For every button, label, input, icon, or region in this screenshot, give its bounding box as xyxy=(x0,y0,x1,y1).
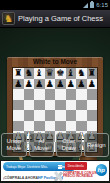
square-h3[interactable] xyxy=(87,121,98,132)
square-a5[interactable] xyxy=(13,100,24,111)
black-knight: ♞ xyxy=(76,68,87,79)
square-b6[interactable] xyxy=(24,89,35,100)
ad-tagline: Trabaja Mejor. Diviértete Más. xyxy=(6,165,48,168)
square-b7[interactable]: ♟ xyxy=(24,79,35,90)
square-e3[interactable] xyxy=(55,121,66,132)
square-f6[interactable] xyxy=(66,89,77,100)
square-d6[interactable] xyxy=(45,89,56,100)
square-a3[interactable] xyxy=(13,121,24,132)
black-pawn: ♟ xyxy=(87,79,98,90)
square-g8[interactable]: ♞ xyxy=(76,68,87,79)
square-d4[interactable] xyxy=(45,110,56,121)
ad-cta-text: ¡CÓMPRALA AHORA! xyxy=(3,176,39,180)
black-knight: ♞ xyxy=(24,68,35,79)
black-pawn: ♟ xyxy=(55,79,66,90)
square-a6[interactable] xyxy=(13,89,24,100)
square-e4[interactable] xyxy=(55,110,66,121)
square-c7[interactable]: ♟ xyxy=(34,79,45,90)
hp-logo: hp xyxy=(96,164,108,176)
ad-promo-line2: PRECIO INCREÍBLE xyxy=(63,175,97,179)
square-b4[interactable] xyxy=(24,110,35,121)
square-f7[interactable]: ♟ xyxy=(66,79,77,90)
black-bishop: ♝ xyxy=(66,68,77,79)
square-e5[interactable] xyxy=(55,100,66,111)
turn-indicator: White to Move xyxy=(7,57,103,67)
black-queen: ♛ xyxy=(45,68,56,79)
square-a7[interactable]: ♟ xyxy=(13,79,24,90)
square-h6[interactable] xyxy=(87,89,98,100)
square-e7[interactable]: ♟ xyxy=(55,79,66,90)
square-a4[interactable] xyxy=(13,110,24,121)
square-c3[interactable] xyxy=(34,121,45,132)
square-h5[interactable] xyxy=(87,100,98,111)
ad-graphic xyxy=(53,172,63,181)
status-clock: 6:15 xyxy=(96,0,108,10)
black-king: ♚ xyxy=(55,68,66,79)
action-button-row: Undo Move AI Move Offer Draw Resign xyxy=(1,133,109,157)
black-rook: ♜ xyxy=(13,68,24,79)
square-h7[interactable]: ♟ xyxy=(87,79,98,90)
offer-draw-button[interactable]: Offer Draw xyxy=(56,133,82,157)
status-bar: 6:15 xyxy=(0,0,110,10)
square-e6[interactable] xyxy=(55,89,66,100)
square-c4[interactable] xyxy=(34,110,45,121)
square-d5[interactable] xyxy=(45,100,56,111)
knight-icon: ♞ xyxy=(4,12,13,25)
ad-ribbon-button[interactable]: Descúbrela xyxy=(65,162,87,170)
ad-ribbon-label: Descúbrela xyxy=(68,164,84,167)
resign-button[interactable]: Resign xyxy=(84,133,110,157)
signal-icon xyxy=(83,3,88,8)
square-c5[interactable] xyxy=(34,100,45,111)
square-b5[interactable] xyxy=(24,100,35,111)
square-f8[interactable]: ♝ xyxy=(66,68,77,79)
black-pawn: ♟ xyxy=(66,79,77,90)
square-d8[interactable]: ♛ xyxy=(45,68,56,79)
hp-logo-text: hp xyxy=(98,167,105,173)
square-b3[interactable] xyxy=(24,121,35,132)
black-pawn: ♟ xyxy=(45,79,56,90)
square-d3[interactable] xyxy=(45,121,56,132)
square-f5[interactable] xyxy=(66,100,77,111)
ad-promo-text: COMPATIBLE CON UN PRECIO INCREÍBLE xyxy=(63,171,97,178)
ad-banner[interactable]: Trabaja Mejor. Diviértete Más. Windows ¡… xyxy=(0,160,110,182)
square-g3[interactable] xyxy=(76,121,87,132)
black-pawn: ♟ xyxy=(24,79,35,90)
ai-move-button[interactable]: AI Move xyxy=(29,133,55,157)
square-c8[interactable]: ♝ xyxy=(34,68,45,79)
square-a8[interactable]: ♜ xyxy=(13,68,24,79)
square-g6[interactable] xyxy=(76,89,87,100)
black-pawn: ♟ xyxy=(76,79,87,90)
game-background: White to Move ♜♞♝♛♚♝♞♜♟♟♟♟♟♟♟♟♟♟♟♟♟♟♟♟♜♞… xyxy=(0,28,110,160)
black-pawn: ♟ xyxy=(34,79,45,90)
square-d7[interactable]: ♟ xyxy=(45,79,56,90)
app-icon: ♞ xyxy=(2,12,15,25)
app-window: 6:15 ♞ Playing a Game of Chess White to … xyxy=(0,0,110,183)
black-bishop: ♝ xyxy=(34,68,45,79)
square-g7[interactable]: ♟ xyxy=(76,79,87,90)
black-pawn: ♟ xyxy=(13,79,24,90)
page-title: Playing a Game of Chess xyxy=(18,14,103,23)
undo-move-button[interactable]: Undo Move xyxy=(1,133,27,157)
square-f4[interactable] xyxy=(66,110,77,121)
title-bar: ♞ Playing a Game of Chess xyxy=(0,10,110,28)
square-h8[interactable]: ♜ xyxy=(87,68,98,79)
square-g4[interactable] xyxy=(76,110,87,121)
square-e8[interactable]: ♚ xyxy=(55,68,66,79)
square-b8[interactable]: ♞ xyxy=(24,68,35,79)
square-c6[interactable] xyxy=(34,89,45,100)
battery-icon xyxy=(90,2,94,8)
square-f3[interactable] xyxy=(66,121,77,132)
black-rook: ♜ xyxy=(87,68,98,79)
square-h4[interactable] xyxy=(87,110,98,121)
square-g5[interactable] xyxy=(76,100,87,111)
